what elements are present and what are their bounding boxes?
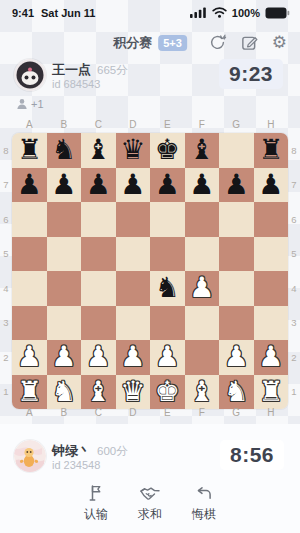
file-label-c: C (81, 407, 116, 418)
square-d2[interactable]: ♟ (116, 340, 151, 375)
rank-label-3: 3 (288, 306, 300, 341)
square-c7[interactable]: ♟ (81, 168, 116, 203)
square-b7[interactable]: ♟ (47, 168, 82, 203)
square-h2[interactable]: ♟ (254, 340, 289, 375)
black-pawn: ♟ (258, 171, 283, 199)
file-label-f: F (185, 119, 220, 130)
square-h1[interactable]: ♜ (254, 375, 289, 410)
square-a4[interactable] (12, 271, 47, 306)
square-c5[interactable] (81, 237, 116, 272)
white-pawn: ♟ (258, 343, 283, 371)
player-name: 钟绿丶 (52, 443, 91, 458)
black-pawn: ♟ (17, 171, 42, 199)
file-labels-bottom: ABCDEFGH (12, 407, 288, 418)
white-knight: ♞ (51, 378, 76, 406)
white-pawn: ♟ (155, 343, 180, 371)
spectator-count-text: +1 (31, 98, 44, 110)
square-f8[interactable]: ♝ (185, 133, 220, 168)
white-pawn: ♟ (51, 343, 76, 371)
opponent-avatar-image (14, 59, 46, 91)
file-label-d: D (116, 119, 151, 130)
rank-label-7: 7 (0, 168, 12, 203)
player-clock: 8:56 (220, 440, 284, 470)
square-a5[interactable] (12, 237, 47, 272)
square-d5[interactable] (116, 237, 151, 272)
white-knight: ♞ (224, 378, 249, 406)
player-name-row: 钟绿丶600分 (52, 442, 128, 460)
square-e5[interactable] (150, 237, 185, 272)
square-f1[interactable]: ♝ (185, 375, 220, 410)
takeback-label: 悔棋 (192, 506, 216, 523)
undo-icon (194, 483, 214, 503)
square-f7[interactable]: ♟ (185, 168, 220, 203)
replay-flash-icon[interactable] (208, 33, 227, 52)
player-id: id 234548 (52, 459, 100, 471)
square-e8[interactable]: ♚ (150, 133, 185, 168)
square-g1[interactable]: ♞ (219, 375, 254, 410)
square-b4[interactable] (47, 271, 82, 306)
square-c4[interactable] (81, 271, 116, 306)
file-label-h: H (254, 407, 289, 418)
white-rook: ♜ (258, 378, 283, 406)
square-f2[interactable] (185, 340, 220, 375)
square-e3[interactable] (150, 306, 185, 341)
square-h7[interactable]: ♟ (254, 168, 289, 203)
file-label-d: D (116, 407, 151, 418)
square-d3[interactable] (116, 306, 151, 341)
square-a1[interactable]: ♜ (12, 375, 47, 410)
game-header: 积分赛 5+3 ⚙ (0, 30, 300, 56)
file-labels-top: ABCDEFGH (12, 119, 288, 130)
square-d7[interactable]: ♟ (116, 168, 151, 203)
rank-label-8: 8 (0, 133, 12, 168)
chess-board[interactable]: ♜♞♝♛♚♝♜♟♟♟♟♟♟♟♟♞♟♟♟♟♟♟♟♟♜♞♝♛♚♝♞♜ (12, 133, 288, 409)
battery-icon (265, 7, 290, 19)
rank-label-3: 3 (0, 306, 12, 341)
white-queen: ♛ (120, 378, 145, 406)
square-h3[interactable] (254, 306, 289, 341)
rank-label-4: 4 (0, 271, 12, 306)
white-bishop: ♝ (86, 378, 111, 406)
rank-label-7: 7 (288, 168, 300, 203)
square-g6[interactable] (219, 202, 254, 237)
square-h5[interactable] (254, 237, 289, 272)
file-label-e: E (150, 407, 185, 418)
player-avatar[interactable] (14, 440, 46, 472)
spectator-count: +1 (16, 98, 44, 110)
white-pawn: ♟ (86, 343, 111, 371)
square-b3[interactable] (47, 306, 82, 341)
draw-offer-button[interactable]: 求和 (128, 483, 172, 523)
black-pawn: ♟ (51, 171, 76, 199)
square-h4[interactable] (254, 271, 289, 306)
black-pawn: ♟ (189, 171, 214, 199)
player-score: 600分 (97, 445, 128, 457)
white-pawn: ♟ (224, 343, 249, 371)
time-control-badge: 5+3 (158, 35, 187, 51)
status-time: 9:41 (12, 7, 34, 19)
rank-labels-right: 87654321 (288, 133, 300, 409)
resign-button[interactable]: 认输 (74, 483, 118, 523)
square-c8[interactable]: ♝ (81, 133, 116, 168)
black-queen: ♛ (120, 136, 145, 164)
black-knight: ♞ (155, 274, 180, 302)
takeback-button[interactable]: 悔棋 (182, 483, 226, 523)
rank-label-5: 5 (288, 237, 300, 272)
rank-label-2: 2 (0, 340, 12, 375)
square-b6[interactable] (47, 202, 82, 237)
square-h8[interactable]: ♜ (254, 133, 289, 168)
white-pawn: ♟ (189, 274, 214, 302)
file-label-e: E (150, 119, 185, 130)
square-g8[interactable] (219, 133, 254, 168)
square-a7[interactable]: ♟ (12, 168, 47, 203)
file-label-a: A (12, 407, 47, 418)
person-icon (16, 98, 28, 110)
white-rook: ♜ (17, 378, 42, 406)
file-label-b: B (47, 119, 82, 130)
file-label-c: C (81, 119, 116, 130)
square-e6[interactable] (150, 202, 185, 237)
square-b8[interactable]: ♞ (47, 133, 82, 168)
square-g2[interactable]: ♟ (219, 340, 254, 375)
square-g5[interactable] (219, 237, 254, 272)
white-pawn: ♟ (17, 343, 42, 371)
black-king: ♚ (155, 136, 180, 164)
square-e2[interactable]: ♟ (150, 340, 185, 375)
rank-label-1: 1 (0, 375, 12, 410)
opponent-name-row: 王一点665分 (52, 61, 128, 79)
rank-label-2: 2 (288, 340, 300, 375)
square-c3[interactable] (81, 306, 116, 341)
cellular-signal-icon (190, 7, 207, 18)
black-pawn: ♟ (86, 171, 111, 199)
game-mode-label: 积分赛 (113, 34, 152, 52)
square-c1[interactable]: ♝ (81, 375, 116, 410)
rank-label-6: 6 (288, 202, 300, 237)
square-a3[interactable] (12, 306, 47, 341)
opponent-score: 665分 (97, 64, 128, 76)
black-rook: ♜ (258, 136, 283, 164)
rank-label-6: 6 (0, 202, 12, 237)
action-bar: 认输 求和 悔棋 (0, 483, 300, 523)
rank-label-5: 5 (0, 237, 12, 272)
wifi-icon (212, 7, 227, 18)
square-c2[interactable]: ♟ (81, 340, 116, 375)
square-g3[interactable] (219, 306, 254, 341)
status-date: Sat Jun 11 (41, 7, 95, 19)
status-bar: 9:41 Sat Jun 11 100% (0, 0, 300, 22)
black-pawn: ♟ (155, 171, 180, 199)
white-bishop: ♝ (189, 378, 214, 406)
rank-labels-left: 87654321 (0, 133, 12, 409)
white-king: ♚ (155, 378, 180, 406)
opponent-clock: 9:23 (219, 59, 283, 89)
square-e4[interactable]: ♞ (150, 271, 185, 306)
square-a8[interactable]: ♜ (12, 133, 47, 168)
battery-percent: 100% (232, 7, 260, 19)
square-b5[interactable] (47, 237, 82, 272)
opponent-id: id 684543 (52, 78, 100, 90)
square-d1[interactable]: ♛ (116, 375, 151, 410)
square-b1[interactable]: ♞ (47, 375, 82, 410)
black-pawn: ♟ (120, 171, 145, 199)
square-e7[interactable]: ♟ (150, 168, 185, 203)
square-g7[interactable]: ♟ (219, 168, 254, 203)
square-d6[interactable] (116, 202, 151, 237)
square-a6[interactable] (12, 202, 47, 237)
square-f5[interactable] (185, 237, 220, 272)
square-f3[interactable] (185, 306, 220, 341)
square-f6[interactable] (185, 202, 220, 237)
square-g4[interactable] (219, 271, 254, 306)
player-avatar-image (14, 440, 46, 472)
compose-icon[interactable] (240, 33, 259, 52)
square-h6[interactable] (254, 202, 289, 237)
black-bishop: ♝ (86, 136, 111, 164)
opponent-name: 王一点 (52, 62, 91, 77)
black-pawn: ♟ (224, 171, 249, 199)
square-c6[interactable] (81, 202, 116, 237)
handshake-icon (139, 483, 161, 503)
rank-label-4: 4 (288, 271, 300, 306)
opponent-avatar[interactable] (14, 59, 46, 91)
file-label-h: H (254, 119, 289, 130)
square-e1[interactable]: ♚ (150, 375, 185, 410)
settings-gear-icon[interactable]: ⚙ (272, 33, 287, 52)
black-knight: ♞ (51, 136, 76, 164)
file-label-f: F (185, 407, 220, 418)
square-a2[interactable]: ♟ (12, 340, 47, 375)
flag-icon (86, 483, 106, 503)
file-label-b: B (47, 407, 82, 418)
black-rook: ♜ (17, 136, 42, 164)
rank-label-8: 8 (288, 133, 300, 168)
white-pawn: ♟ (120, 343, 145, 371)
square-d8[interactable]: ♛ (116, 133, 151, 168)
rank-label-1: 1 (288, 375, 300, 410)
square-f4[interactable]: ♟ (185, 271, 220, 306)
file-label-g: G (219, 119, 254, 130)
resign-label: 认输 (84, 506, 108, 523)
black-bishop: ♝ (189, 136, 214, 164)
file-label-g: G (219, 407, 254, 418)
app-screen: 9:41 Sat Jun 11 100% 积分赛 5+3 (0, 0, 300, 533)
square-b2[interactable]: ♟ (47, 340, 82, 375)
square-d4[interactable] (116, 271, 151, 306)
draw-offer-label: 求和 (138, 506, 162, 523)
file-label-a: A (12, 119, 47, 130)
